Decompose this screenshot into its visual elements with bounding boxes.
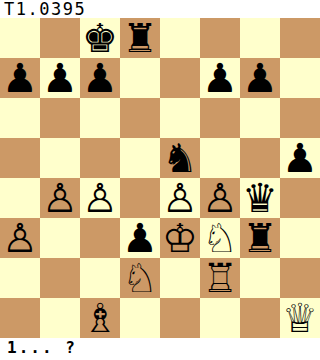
square-b4[interactable]: ♙ [40,178,80,218]
piece-bp-g7[interactable]: ♟ [242,58,278,98]
square-b7[interactable]: ♟ [40,58,80,98]
piece-wp-b4[interactable]: ♙ [42,178,78,218]
square-d2[interactable]: ♘ [120,258,160,298]
square-b3[interactable] [40,218,80,258]
piece-bn-e5[interactable]: ♞ [162,138,198,178]
square-c5[interactable] [80,138,120,178]
square-c2[interactable] [80,258,120,298]
square-b2[interactable] [40,258,80,298]
square-d8[interactable]: ♜ [120,18,160,58]
square-e3[interactable]: ♔ [160,218,200,258]
square-e8[interactable] [160,18,200,58]
chess-board: ♚♜♟♟♟♟♟♞♟♙♙♙♙♛♙♟♔♘♜♘♖♗♕ [0,18,320,338]
piece-wq-h1[interactable]: ♕ [282,298,318,338]
piece-br-g3[interactable]: ♜ [242,218,278,258]
square-c1[interactable]: ♗ [80,298,120,338]
square-h4[interactable] [280,178,320,218]
square-a8[interactable] [0,18,40,58]
puzzle-id: T1.0395 [4,0,86,18]
square-f8[interactable] [200,18,240,58]
piece-wp-f4[interactable]: ♙ [202,178,238,218]
square-f6[interactable] [200,98,240,138]
square-a7[interactable]: ♟ [0,58,40,98]
piece-bp-h5[interactable]: ♟ [282,138,318,178]
piece-wr-f2[interactable]: ♖ [202,258,238,298]
square-e7[interactable] [160,58,200,98]
square-h8[interactable] [280,18,320,58]
square-a1[interactable] [0,298,40,338]
square-e2[interactable] [160,258,200,298]
piece-br-d8[interactable]: ♜ [122,18,158,58]
piece-bp-c7[interactable]: ♟ [82,58,118,98]
square-e5[interactable]: ♞ [160,138,200,178]
square-c3[interactable] [80,218,120,258]
piece-bp-d3[interactable]: ♟ [122,218,158,258]
square-d1[interactable] [120,298,160,338]
square-h1[interactable]: ♕ [280,298,320,338]
square-c8[interactable]: ♚ [80,18,120,58]
square-g7[interactable]: ♟ [240,58,280,98]
piece-wp-a3[interactable]: ♙ [2,218,38,258]
square-e4[interactable]: ♙ [160,178,200,218]
square-b6[interactable] [40,98,80,138]
piece-wn-d2[interactable]: ♘ [122,258,158,298]
piece-bk-c8[interactable]: ♚ [82,18,118,58]
piece-bp-a7[interactable]: ♟ [2,58,38,98]
square-g6[interactable] [240,98,280,138]
square-f2[interactable]: ♖ [200,258,240,298]
square-f1[interactable] [200,298,240,338]
square-c4[interactable]: ♙ [80,178,120,218]
square-a2[interactable] [0,258,40,298]
square-b1[interactable] [40,298,80,338]
square-d5[interactable] [120,138,160,178]
square-a3[interactable]: ♙ [0,218,40,258]
piece-wn-f3[interactable]: ♘ [202,218,238,258]
square-f4[interactable]: ♙ [200,178,240,218]
square-a5[interactable] [0,138,40,178]
move-prompt: 1... ? [7,338,77,360]
square-h7[interactable] [280,58,320,98]
square-g8[interactable] [240,18,280,58]
piece-bp-b7[interactable]: ♟ [42,58,78,98]
square-h6[interactable] [280,98,320,138]
square-g2[interactable] [240,258,280,298]
square-f3[interactable]: ♘ [200,218,240,258]
square-e6[interactable] [160,98,200,138]
piece-bq-g4[interactable]: ♛ [242,178,278,218]
square-g3[interactable]: ♜ [240,218,280,258]
piece-bp-f7[interactable]: ♟ [202,58,238,98]
square-a6[interactable] [0,98,40,138]
square-d4[interactable] [120,178,160,218]
piece-wp-c4[interactable]: ♙ [82,178,118,218]
square-d3[interactable]: ♟ [120,218,160,258]
piece-wb-c1[interactable]: ♗ [82,298,118,338]
piece-wk-e3[interactable]: ♔ [162,218,198,258]
square-b8[interactable] [40,18,80,58]
square-h2[interactable] [280,258,320,298]
square-d7[interactable] [120,58,160,98]
square-h5[interactable]: ♟ [280,138,320,178]
square-d6[interactable] [120,98,160,138]
square-e1[interactable] [160,298,200,338]
square-b5[interactable] [40,138,80,178]
square-a4[interactable] [0,178,40,218]
piece-wp-e4[interactable]: ♙ [162,178,198,218]
square-g5[interactable] [240,138,280,178]
square-h3[interactable] [280,218,320,258]
square-f5[interactable] [200,138,240,178]
square-f7[interactable]: ♟ [200,58,240,98]
square-g1[interactable] [240,298,280,338]
square-g4[interactable]: ♛ [240,178,280,218]
square-c7[interactable]: ♟ [80,58,120,98]
square-c6[interactable] [80,98,120,138]
